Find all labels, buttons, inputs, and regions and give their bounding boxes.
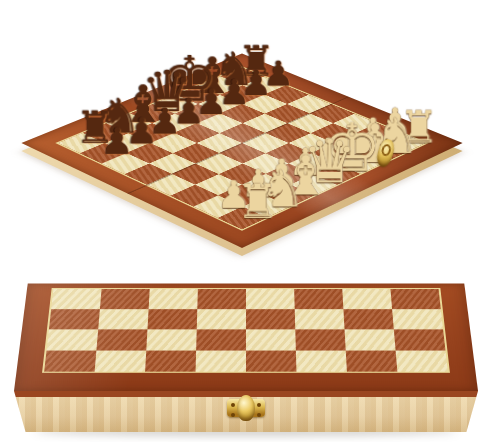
box-square-r4c6 <box>296 350 347 371</box>
closed-box-top <box>14 283 478 391</box>
board-pinstripe: ♜♞♝♛♚♝♞♜♟♟♟♟♟♟♟♟♟♟♟♟♟♟♟♟♜♞♝♛♚♝♞♜ <box>55 66 428 230</box>
box-square-r3c8 <box>394 329 446 350</box>
box-square-r4c8 <box>396 350 448 371</box>
box-square-r1c1 <box>51 289 101 309</box>
square-a8: ♜ <box>58 133 104 153</box>
box-square-r3c4 <box>196 329 246 350</box>
box-square-r2c5 <box>246 309 295 329</box>
box-square-r4c1 <box>44 350 96 371</box>
box-square-r4c3 <box>145 350 196 371</box>
box-brass-clasp <box>227 393 265 425</box>
box-square-r1c8 <box>390 289 440 309</box>
box-square-r2c1 <box>49 309 100 329</box>
closed-box-front <box>14 391 478 432</box>
box-square-r3c7 <box>345 329 396 350</box>
black-rook: ♜ <box>238 40 275 82</box>
white-rook: ♜ <box>399 105 439 149</box>
square-b6 <box>126 143 172 163</box>
white-pawn: ♟ <box>378 104 410 140</box>
box-square-r3c6 <box>295 329 345 350</box>
box-square-r1c2 <box>100 289 150 309</box>
box-square-r4c5 <box>246 350 296 371</box>
box-square-r2c4 <box>197 309 246 329</box>
box-pinstripe <box>42 288 450 372</box>
open-board-grid: ♜♞♝♛♚♝♞♜♟♟♟♟♟♟♟♟♟♟♟♟♟♟♟♟♜♞♝♛♚♝♞♜ <box>58 67 426 229</box>
clasp-knob <box>237 395 255 421</box>
box-square-r1c7 <box>342 289 392 309</box>
box-square-r1c3 <box>149 289 198 309</box>
clasp-hook <box>380 143 392 157</box>
box-square-r1c6 <box>294 289 343 309</box>
box-square-r2c7 <box>343 309 393 329</box>
clasp-screw <box>231 413 235 417</box>
clasp-screw <box>257 403 261 407</box>
box-square-r3c2 <box>96 329 147 350</box>
box-square-r1c4 <box>197 289 246 309</box>
open-chessboard-photo: ♜♞♝♛♚♝♞♜♟♟♟♟♟♟♟♟♟♟♟♟♟♟♟♟♜♞♝♛♚♝♞♜ <box>0 0 492 250</box>
product-photo: ♜♞♝♛♚♝♞♜♟♟♟♟♟♟♟♟♟♟♟♟♟♟♟♟♜♞♝♛♚♝♞♜ <box>0 0 492 442</box>
box-square-r3c1 <box>47 329 99 350</box>
box-square-r2c6 <box>295 309 345 329</box>
box-square-r2c2 <box>98 309 148 329</box>
square-a7: ♟ <box>80 143 126 163</box>
box-square-r4c7 <box>346 350 398 371</box>
box-square-r2c8 <box>392 309 443 329</box>
open-chessboard: ♜♞♝♛♚♝♞♜♟♟♟♟♟♟♟♟♟♟♟♟♟♟♟♟♜♞♝♛♚♝♞♜ <box>21 53 462 248</box>
box-square-r4c2 <box>95 350 147 371</box>
clasp-screw <box>257 413 261 417</box>
box-square-r3c3 <box>146 329 196 350</box>
square-e1: ♚ <box>313 163 360 184</box>
box-square-r2c3 <box>147 309 197 329</box>
box-square-r4c4 <box>196 350 246 371</box>
clasp-screw <box>231 403 235 407</box>
box-square-r1c5 <box>246 289 295 309</box>
box-square-r3c5 <box>246 329 296 350</box>
closed-box-photo <box>0 250 492 442</box>
box-checker-grid <box>44 289 448 371</box>
